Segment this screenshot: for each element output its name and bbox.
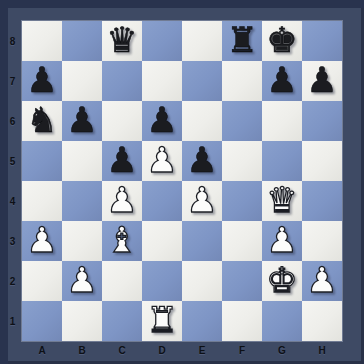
square-b2[interactable]: ♟ [62,261,102,301]
square-a2[interactable] [22,261,62,301]
file-label-f: F [222,341,262,364]
rank-label-7: 7 [0,61,22,101]
square-h5[interactable] [302,141,342,181]
piece-black-knight-a6[interactable]: ♞ [26,103,57,138]
square-g4[interactable]: ♛ [262,181,302,221]
square-f5[interactable] [222,141,262,181]
square-c1[interactable] [102,301,142,341]
square-e4[interactable]: ♟ [182,181,222,221]
rank-label-8: 8 [0,21,22,61]
square-b5[interactable] [62,141,102,181]
square-c4[interactable]: ♟ [102,181,142,221]
square-a6[interactable]: ♞ [22,101,62,141]
piece-white-pawn-a3[interactable]: ♟ [26,223,57,258]
square-a1[interactable] [22,301,62,341]
square-e7[interactable] [182,61,222,101]
square-c2[interactable] [102,261,142,301]
rank-label-6: 6 [0,101,22,141]
file-labels: ABCDEFGH [22,341,342,364]
piece-black-rook-f8[interactable]: ♜ [226,23,257,58]
square-c6[interactable] [102,101,142,141]
square-a3[interactable]: ♟ [22,221,62,261]
piece-black-pawn-g7[interactable]: ♟ [266,63,297,98]
rank-label-3: 3 [0,221,22,261]
square-h8[interactable] [302,21,342,61]
square-d8[interactable] [142,21,182,61]
piece-white-pawn-e4[interactable]: ♟ [186,183,217,218]
square-f6[interactable] [222,101,262,141]
square-e2[interactable] [182,261,222,301]
square-b1[interactable] [62,301,102,341]
square-h3[interactable] [302,221,342,261]
square-e1[interactable] [182,301,222,341]
square-f8[interactable]: ♜ [222,21,262,61]
square-d1[interactable]: ♜ [142,301,182,341]
piece-white-pawn-h2[interactable]: ♟ [306,263,337,298]
square-f7[interactable] [222,61,262,101]
rank-label-1: 1 [0,301,22,341]
piece-white-king-g2[interactable]: ♚ [266,263,297,298]
piece-black-queen-c8[interactable]: ♛ [106,23,137,58]
rank-label-5: 5 [0,141,22,181]
square-h4[interactable] [302,181,342,221]
square-b3[interactable] [62,221,102,261]
file-label-g: G [262,341,302,364]
square-e6[interactable] [182,101,222,141]
square-h7[interactable]: ♟ [302,61,342,101]
piece-black-king-g8[interactable]: ♚ [266,23,297,58]
square-a8[interactable] [22,21,62,61]
square-b7[interactable] [62,61,102,101]
square-g7[interactable]: ♟ [262,61,302,101]
piece-black-pawn-d6[interactable]: ♟ [146,103,177,138]
square-d6[interactable]: ♟ [142,101,182,141]
square-h6[interactable] [302,101,342,141]
piece-white-bishop-c3[interactable]: ♝ [106,223,137,258]
square-d7[interactable] [142,61,182,101]
square-e3[interactable] [182,221,222,261]
square-g1[interactable] [262,301,302,341]
square-c3[interactable]: ♝ [102,221,142,261]
file-label-b: B [62,341,102,364]
square-g8[interactable]: ♚ [262,21,302,61]
piece-white-pawn-c4[interactable]: ♟ [106,183,137,218]
square-h2[interactable]: ♟ [302,261,342,301]
piece-black-pawn-c5[interactable]: ♟ [106,143,137,178]
square-g3[interactable]: ♟ [262,221,302,261]
piece-black-pawn-e5[interactable]: ♟ [186,143,217,178]
square-d2[interactable] [142,261,182,301]
square-g5[interactable] [262,141,302,181]
square-f4[interactable] [222,181,262,221]
square-h1[interactable] [302,301,342,341]
square-e5[interactable]: ♟ [182,141,222,181]
square-d5[interactable]: ♟ [142,141,182,181]
file-label-d: D [142,341,182,364]
square-a7[interactable]: ♟ [22,61,62,101]
square-c5[interactable]: ♟ [102,141,142,181]
piece-black-pawn-h7[interactable]: ♟ [306,63,337,98]
piece-white-pawn-b2[interactable]: ♟ [66,263,97,298]
square-f3[interactable] [222,221,262,261]
rank-labels: 87654321 [0,21,22,341]
square-b4[interactable] [62,181,102,221]
square-c8[interactable]: ♛ [102,21,142,61]
file-label-e: E [182,341,222,364]
piece-white-queen-g4[interactable]: ♛ [266,183,297,218]
square-b6[interactable]: ♟ [62,101,102,141]
square-a4[interactable] [22,181,62,221]
square-b8[interactable] [62,21,102,61]
file-label-c: C [102,341,142,364]
piece-black-pawn-b6[interactable]: ♟ [66,103,97,138]
square-g6[interactable] [262,101,302,141]
chess-board: ♛♜♚♟♟♟♞♟♟♟♟♟♟♟♛♟♝♟♟♚♟♜ [22,21,342,341]
square-e8[interactable] [182,21,222,61]
square-f2[interactable] [222,261,262,301]
piece-white-rook-d1[interactable]: ♜ [146,303,177,338]
square-d4[interactable] [142,181,182,221]
rank-label-4: 4 [0,181,22,221]
piece-white-pawn-d5[interactable]: ♟ [146,143,177,178]
square-g2[interactable]: ♚ [262,261,302,301]
piece-black-pawn-a7[interactable]: ♟ [26,63,57,98]
board-frame: 87654321 ABCDEFGH ♛♜♚♟♟♟♞♟♟♟♟♟♟♟♛♟♝♟♟♚♟♜ [0,0,364,364]
file-label-a: A [22,341,62,364]
square-a5[interactable] [22,141,62,181]
file-label-h: H [302,341,342,364]
square-c7[interactable] [102,61,142,101]
rank-label-2: 2 [0,261,22,301]
piece-white-pawn-g3[interactable]: ♟ [266,223,297,258]
square-f1[interactable] [222,301,262,341]
square-d3[interactable] [142,221,182,261]
